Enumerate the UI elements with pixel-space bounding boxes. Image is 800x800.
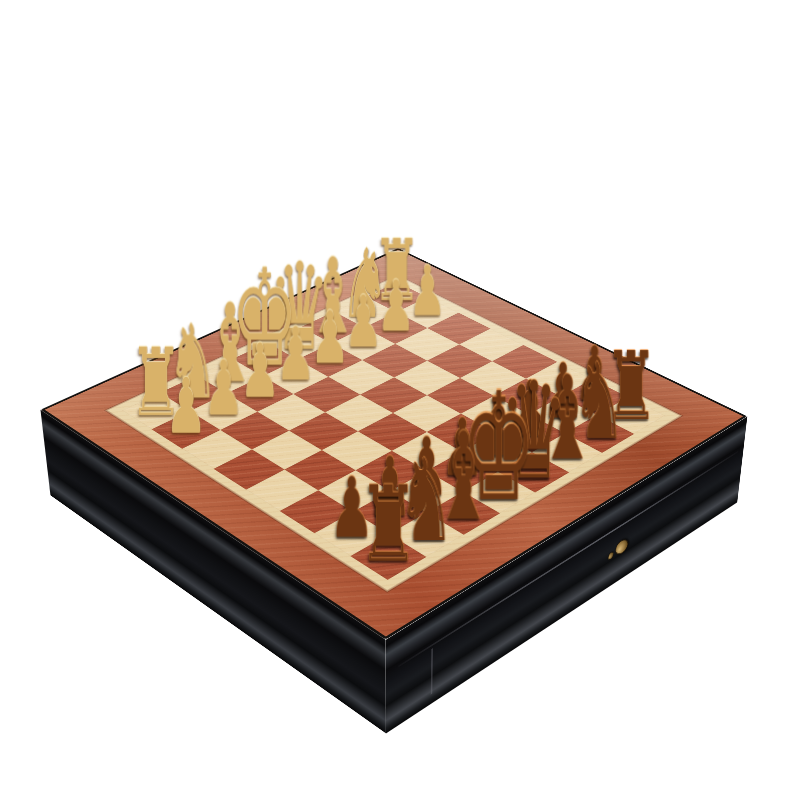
square-h7	[314, 512, 389, 556]
drawer-knob	[613, 539, 630, 555]
square-b8	[565, 415, 634, 453]
square-f6	[356, 451, 427, 491]
square-e5	[358, 413, 427, 451]
square-g6	[318, 470, 390, 512]
square-d7	[462, 433, 532, 472]
square-g5	[285, 450, 356, 490]
square-d6	[427, 414, 496, 452]
square-h3	[182, 430, 252, 469]
square-h2	[152, 411, 221, 449]
square-g7	[353, 491, 426, 534]
square-g3	[220, 412, 289, 450]
square-f4	[289, 412, 358, 450]
square-g4	[252, 431, 322, 470]
square-f7	[390, 471, 462, 513]
square-h8	[350, 534, 426, 580]
square-h6	[280, 490, 353, 533]
square-f5	[322, 431, 392, 470]
square-h4	[214, 449, 285, 489]
product-photo: ♜♞♝♛♚♝♞♜♟♟♟♟♟♟♟♟♟♟♟♟♟♟♟♟♜♞♝♛♚♝♞♜	[0, 0, 800, 800]
square-d8	[498, 452, 569, 492]
square-e6	[392, 432, 462, 471]
square-c8	[532, 433, 602, 472]
chess-set-3d: ♜♞♝♛♚♝♞♜♟♟♟♟♟♟♟♟♟♟♟♟♟♟♟♟♜♞♝♛♚♝♞♜	[40, 248, 747, 640]
drawer-edge-seam	[431, 648, 433, 695]
drawer-knob-stem	[606, 552, 614, 561]
board-frame	[40, 248, 747, 640]
square-c7	[496, 414, 565, 452]
square-e8	[463, 472, 535, 514]
square-f8	[427, 492, 501, 535]
square-g8	[389, 513, 464, 557]
square-e7	[427, 451, 498, 491]
square-h5	[246, 470, 318, 511]
